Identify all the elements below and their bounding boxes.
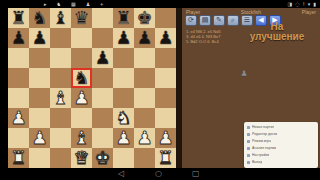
piece-white-pawn: ♟ bbox=[8, 108, 29, 128]
square-g2[interactable]: ♟ bbox=[134, 128, 155, 148]
home-button[interactable]: ○ bbox=[155, 169, 162, 179]
square-a6[interactable] bbox=[8, 48, 29, 68]
piece-white-bishop: ♝ bbox=[71, 128, 92, 148]
piece-black-rook: ♜ bbox=[8, 8, 29, 28]
menu-item[interactable]: Редактор доски bbox=[244, 131, 318, 138]
square-f4[interactable] bbox=[113, 88, 134, 108]
square-g6[interactable] bbox=[134, 48, 155, 68]
toolbar-button-3[interactable]: ✎ bbox=[213, 15, 225, 26]
black-player-label: Player bbox=[302, 8, 316, 16]
square-d3[interactable] bbox=[71, 108, 92, 128]
square-b8[interactable]: ♞ bbox=[29, 8, 50, 28]
system-status-icons: ◨◌!▾▮ bbox=[288, 1, 316, 7]
square-b2[interactable]: ♟ bbox=[29, 128, 50, 148]
menu-popup: Новая партияРедактор доскиРежим игрыАнал… bbox=[244, 122, 318, 168]
square-e3[interactable] bbox=[92, 108, 113, 128]
square-f3[interactable]: ♞ bbox=[113, 108, 134, 128]
status-icon-4: ▾ bbox=[308, 1, 311, 7]
square-a5[interactable] bbox=[8, 68, 29, 88]
notification-icon-2: ♞ bbox=[57, 1, 61, 7]
piece-black-pawn: ♟ bbox=[134, 28, 155, 48]
square-e1[interactable]: ♚ bbox=[92, 148, 113, 168]
piece-white-rook: ♜ bbox=[155, 148, 176, 168]
square-c3[interactable] bbox=[50, 108, 71, 128]
square-h5[interactable] bbox=[155, 68, 176, 88]
menu-item[interactable]: Режим игры bbox=[244, 138, 318, 145]
square-f6[interactable] bbox=[113, 48, 134, 68]
square-c4[interactable]: ♝ bbox=[50, 88, 71, 108]
video-title-overlay: На улучшение bbox=[236, 22, 318, 42]
square-h1[interactable]: ♜ bbox=[155, 148, 176, 168]
piece-black-pawn: ♟ bbox=[113, 28, 134, 48]
piece-white-pawn: ♟ bbox=[29, 128, 50, 148]
square-a8[interactable]: ♜ bbox=[8, 8, 29, 28]
square-h2[interactable]: ♟ bbox=[155, 128, 176, 148]
piece-white-queen: ♛ bbox=[71, 148, 92, 168]
status-icon-3: ! bbox=[303, 1, 305, 7]
piece-white-knight: ♞ bbox=[113, 108, 134, 128]
square-c5[interactable] bbox=[50, 68, 71, 88]
square-e6[interactable]: ♟ bbox=[92, 48, 113, 68]
recents-button[interactable]: ▢ bbox=[192, 169, 200, 179]
square-f8[interactable]: ♜ bbox=[113, 8, 134, 28]
square-b7[interactable]: ♟ bbox=[29, 28, 50, 48]
piece-black-pawn: ♟ bbox=[155, 28, 176, 48]
square-d1[interactable]: ♛ bbox=[71, 148, 92, 168]
notification-icon-5: ⌖ bbox=[100, 1, 103, 7]
square-g3[interactable] bbox=[134, 108, 155, 128]
menu-item-icon bbox=[247, 140, 250, 143]
square-g8[interactable]: ♚ bbox=[134, 8, 155, 28]
back-button[interactable]: ◁ bbox=[118, 169, 124, 179]
notification-icon-3: ▦ bbox=[71, 1, 76, 7]
square-d2[interactable]: ♝ bbox=[71, 128, 92, 148]
square-c7[interactable] bbox=[50, 28, 71, 48]
status-icon-5: ▮ bbox=[313, 1, 316, 7]
menu-item-label: Новая партия bbox=[252, 124, 274, 131]
square-b1[interactable] bbox=[29, 148, 50, 168]
square-h8[interactable] bbox=[155, 8, 176, 28]
piece-black-king: ♚ bbox=[134, 8, 155, 28]
square-c2[interactable] bbox=[50, 128, 71, 148]
piece-black-knight: ♞ bbox=[29, 8, 50, 28]
menu-item[interactable]: Новая партия bbox=[244, 124, 318, 131]
menu-item-icon bbox=[247, 126, 250, 129]
menu-item-icon bbox=[247, 147, 250, 150]
square-e8[interactable] bbox=[92, 8, 113, 28]
square-e5[interactable] bbox=[92, 68, 113, 88]
square-d6[interactable] bbox=[71, 48, 92, 68]
menu-item-icon bbox=[247, 133, 250, 136]
notification-icons: ▸♞▦♟⌖ bbox=[44, 1, 103, 7]
screen: ▸♞▦♟⌖ ◨◌!▾▮ ♜♞♝♛♜♚♟♟♟♟♟♟♞♝♟♟♞♟♝♟♟♟♜♛♚♜ P… bbox=[0, 0, 320, 180]
square-e4[interactable] bbox=[92, 88, 113, 108]
nav-bar: ◁ ○ ▢ bbox=[0, 168, 320, 180]
menu-item-label: Настройки bbox=[252, 152, 269, 159]
square-d7[interactable] bbox=[71, 28, 92, 48]
piece-white-bishop: ♝ bbox=[50, 88, 71, 108]
square-b5[interactable] bbox=[29, 68, 50, 88]
square-c6[interactable] bbox=[50, 48, 71, 68]
video-title-line2: улучшение bbox=[236, 32, 318, 42]
square-g1[interactable] bbox=[134, 148, 155, 168]
square-c8[interactable]: ♝ bbox=[50, 8, 71, 28]
square-f2[interactable]: ♟ bbox=[113, 128, 134, 148]
square-b6[interactable] bbox=[29, 48, 50, 68]
piece-black-pawn: ♟ bbox=[29, 28, 50, 48]
piece-black-knight: ♞ bbox=[71, 68, 92, 88]
square-d4[interactable]: ♟ bbox=[71, 88, 92, 108]
menu-item[interactable]: Анализ партии bbox=[244, 145, 318, 152]
notification-icon-1: ▸ bbox=[44, 1, 47, 7]
square-a4[interactable] bbox=[8, 88, 29, 108]
menu-item-label: Анализ партии bbox=[252, 145, 276, 152]
square-f5[interactable] bbox=[113, 68, 134, 88]
square-h6[interactable] bbox=[155, 48, 176, 68]
piece-black-pawn: ♟ bbox=[8, 28, 29, 48]
square-b4[interactable] bbox=[29, 88, 50, 108]
pointer-cursor-icon: ♟ bbox=[240, 68, 248, 78]
piece-white-pawn: ♟ bbox=[71, 88, 92, 108]
square-h3[interactable] bbox=[155, 108, 176, 128]
status-bar: ▸♞▦♟⌖ ◨◌!▾▮ bbox=[0, 0, 320, 8]
game-panel: Player Stockfish Player ⟳▤✎⌕☰◀▶ 1. e4 Nf… bbox=[182, 8, 320, 168]
menu-item-label: Выход bbox=[252, 159, 262, 166]
square-h4[interactable] bbox=[155, 88, 176, 108]
square-g7[interactable]: ♟ bbox=[134, 28, 155, 48]
square-g4[interactable] bbox=[134, 88, 155, 108]
piece-white-pawn: ♟ bbox=[113, 128, 134, 148]
menu-item-icon bbox=[247, 161, 250, 164]
square-c1[interactable] bbox=[50, 148, 71, 168]
piece-black-queen: ♛ bbox=[71, 8, 92, 28]
toolbar-button-2[interactable]: ▤ bbox=[199, 15, 211, 26]
square-e2[interactable] bbox=[92, 128, 113, 148]
piece-black-rook: ♜ bbox=[113, 8, 134, 28]
square-e7[interactable] bbox=[92, 28, 113, 48]
piece-black-pawn: ♟ bbox=[92, 48, 113, 68]
piece-white-pawn: ♟ bbox=[155, 128, 176, 148]
square-a7[interactable]: ♟ bbox=[8, 28, 29, 48]
toolbar-button-1[interactable]: ⟳ bbox=[185, 15, 197, 26]
menu-item[interactable]: Настройки bbox=[244, 152, 318, 159]
notification-icon-4: ♟ bbox=[86, 1, 90, 7]
square-a2[interactable] bbox=[8, 128, 29, 148]
menu-item[interactable]: Выход bbox=[244, 159, 318, 166]
piece-white-rook: ♜ bbox=[8, 148, 29, 168]
menu-item-label: Редактор доски bbox=[252, 131, 277, 138]
piece-white-pawn: ♟ bbox=[134, 128, 155, 148]
status-icon-2: ◌ bbox=[295, 1, 299, 7]
square-f1[interactable] bbox=[113, 148, 134, 168]
piece-black-bishop: ♝ bbox=[50, 8, 71, 28]
square-g5[interactable] bbox=[134, 68, 155, 88]
menu-item-label: Режим игры bbox=[252, 138, 271, 145]
square-d5[interactable]: ♞ bbox=[71, 68, 92, 88]
square-h7[interactable]: ♟ bbox=[155, 28, 176, 48]
square-a1[interactable]: ♜ bbox=[8, 148, 29, 168]
menu-item-icon bbox=[247, 154, 250, 157]
square-f7[interactable]: ♟ bbox=[113, 28, 134, 48]
status-icon-1: ◨ bbox=[288, 1, 293, 7]
square-a3[interactable]: ♟ bbox=[8, 108, 29, 128]
chess-board[interactable]: ♜♞♝♛♜♚♟♟♟♟♟♟♞♝♟♟♞♟♝♟♟♟♜♛♚♜ bbox=[8, 8, 176, 168]
square-b3[interactable] bbox=[29, 108, 50, 128]
square-d8[interactable]: ♛ bbox=[71, 8, 92, 28]
piece-white-king: ♚ bbox=[92, 148, 113, 168]
